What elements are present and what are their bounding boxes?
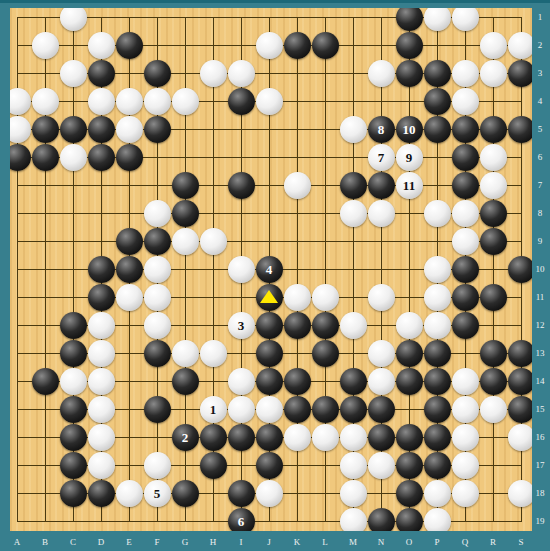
black-stone-G8: [172, 200, 199, 227]
white-stone-Q15: [452, 396, 479, 423]
row-label-2: 2: [533, 40, 547, 50]
white-stone-R2: [480, 32, 507, 59]
column-label-N: N: [371, 537, 391, 547]
white-stone-O12: [396, 312, 423, 339]
white-stone-I15: [228, 396, 255, 423]
white-stone-O6: 9: [396, 144, 423, 171]
black-stone-P13: [424, 340, 451, 367]
black-stone-E9: [116, 228, 143, 255]
column-label-J: J: [259, 537, 279, 547]
white-stone-Q9: [452, 228, 479, 255]
black-stone-I18: [228, 480, 255, 507]
white-stone-O7: 11: [396, 172, 423, 199]
black-stone-O17: [396, 452, 423, 479]
black-stone-R11: [480, 284, 507, 311]
white-stone-Q17: [452, 452, 479, 479]
white-stone-R6: [480, 144, 507, 171]
black-stone-G7: [172, 172, 199, 199]
move-number-label: 4: [266, 263, 273, 276]
white-stone-K16: [284, 424, 311, 451]
row-label-3: 3: [533, 68, 547, 78]
white-stone-L16: [312, 424, 339, 451]
white-stone-F8: [144, 200, 171, 227]
black-stone-S3: [508, 60, 535, 87]
column-label-A: A: [7, 537, 27, 547]
white-stone-P18: [424, 480, 451, 507]
move-number-label: 9: [406, 151, 413, 164]
black-stone-J14: [256, 368, 283, 395]
white-stone-I14: [228, 368, 255, 395]
white-stone-N14: [368, 368, 395, 395]
black-stone-K12: [284, 312, 311, 339]
black-stone-Q6: [452, 144, 479, 171]
black-stone-O16: [396, 424, 423, 451]
black-stone-D3: [88, 60, 115, 87]
black-stone-N16: [368, 424, 395, 451]
black-stone-M14: [340, 368, 367, 395]
black-stone-O13: [396, 340, 423, 367]
black-stone-O5: 10: [396, 116, 423, 143]
move-number-label: 10: [403, 123, 416, 136]
white-stone-P11: [424, 284, 451, 311]
triangle-marker-icon: [260, 290, 278, 303]
white-stone-K7: [284, 172, 311, 199]
black-stone-S13: [508, 340, 535, 367]
black-stone-I16: [228, 424, 255, 451]
black-stone-R5: [480, 116, 507, 143]
column-label-I: I: [231, 537, 251, 547]
black-stone-C18: [60, 480, 87, 507]
white-stone-D2: [88, 32, 115, 59]
white-stone-R7: [480, 172, 507, 199]
black-stone-C15: [60, 396, 87, 423]
black-stone-S5: [508, 116, 535, 143]
white-stone-C14: [60, 368, 87, 395]
column-label-S: S: [511, 537, 531, 547]
white-stone-J4: [256, 88, 283, 115]
black-stone-F15: [144, 396, 171, 423]
white-stone-S2: [508, 32, 535, 59]
black-stone-Q11: [452, 284, 479, 311]
black-stone-Q10: [452, 256, 479, 283]
black-stone-J11: [256, 284, 283, 311]
white-stone-S16: [508, 424, 535, 451]
white-stone-I3: [228, 60, 255, 87]
black-stone-N5: 8: [368, 116, 395, 143]
row-label-8: 8: [533, 208, 547, 218]
black-stone-G16: 2: [172, 424, 199, 451]
white-stone-P10: [424, 256, 451, 283]
black-stone-O2: [396, 32, 423, 59]
black-stone-J13: [256, 340, 283, 367]
white-stone-D14: [88, 368, 115, 395]
white-stone-P8: [424, 200, 451, 227]
black-stone-D5: [88, 116, 115, 143]
white-stone-D17: [88, 452, 115, 479]
black-stone-F5: [144, 116, 171, 143]
white-stone-Q16: [452, 424, 479, 451]
white-stone-J15: [256, 396, 283, 423]
move-number-label: 2: [182, 431, 189, 444]
row-label-6: 6: [533, 152, 547, 162]
black-stone-L15: [312, 396, 339, 423]
column-label-R: R: [483, 537, 503, 547]
black-stone-L2: [312, 32, 339, 59]
black-stone-M15: [340, 396, 367, 423]
white-stone-C6: [60, 144, 87, 171]
black-stone-D11: [88, 284, 115, 311]
white-stone-M18: [340, 480, 367, 507]
black-stone-F13: [144, 340, 171, 367]
black-stone-K2: [284, 32, 311, 59]
white-stone-D16: [88, 424, 115, 451]
black-stone-D18: [88, 480, 115, 507]
black-stone-D6: [88, 144, 115, 171]
white-stone-G9: [172, 228, 199, 255]
grid-line-vertical: [493, 17, 494, 522]
white-stone-N17: [368, 452, 395, 479]
white-stone-N6: 7: [368, 144, 395, 171]
white-stone-D4: [88, 88, 115, 115]
white-stone-Q8: [452, 200, 479, 227]
white-stone-D13: [88, 340, 115, 367]
row-label-9: 9: [533, 236, 547, 246]
black-stone-H17: [200, 452, 227, 479]
black-stone-N7: [368, 172, 395, 199]
black-stone-I4: [228, 88, 255, 115]
row-label-13: 13: [533, 348, 547, 358]
black-stone-K15: [284, 396, 311, 423]
white-stone-N11: [368, 284, 395, 311]
row-label-10: 10: [533, 264, 547, 274]
white-stone-C3: [60, 60, 87, 87]
black-stone-B5: [32, 116, 59, 143]
row-label-17: 17: [533, 460, 547, 470]
white-stone-Q18: [452, 480, 479, 507]
frame-left: [0, 0, 10, 551]
white-stone-F4: [144, 88, 171, 115]
black-stone-P5: [424, 116, 451, 143]
white-stone-D12: [88, 312, 115, 339]
row-label-15: 15: [533, 404, 547, 414]
black-stone-Q7: [452, 172, 479, 199]
black-stone-G18: [172, 480, 199, 507]
white-stone-Q4: [452, 88, 479, 115]
column-label-E: E: [119, 537, 139, 547]
black-stone-R14: [480, 368, 507, 395]
move-number-label: 6: [238, 515, 245, 528]
move-number-label: 3: [238, 319, 245, 332]
black-stone-P15: [424, 396, 451, 423]
black-stone-K14: [284, 368, 311, 395]
black-stone-I7: [228, 172, 255, 199]
white-stone-E4: [116, 88, 143, 115]
column-label-D: D: [91, 537, 111, 547]
white-stone-B4: [32, 88, 59, 115]
white-stone-M17: [340, 452, 367, 479]
white-stone-E11: [116, 284, 143, 311]
white-stone-J2: [256, 32, 283, 59]
row-label-7: 7: [533, 180, 547, 190]
black-stone-C17: [60, 452, 87, 479]
column-label-H: H: [203, 537, 223, 547]
black-stone-C13: [60, 340, 87, 367]
column-label-O: O: [399, 537, 419, 547]
white-stone-B2: [32, 32, 59, 59]
white-stone-H9: [200, 228, 227, 255]
move-number-label: 11: [403, 179, 415, 192]
black-stone-S15: [508, 396, 535, 423]
white-stone-H3: [200, 60, 227, 87]
white-stone-N3: [368, 60, 395, 87]
black-stone-F9: [144, 228, 171, 255]
black-stone-D10: [88, 256, 115, 283]
row-label-4: 4: [533, 96, 547, 106]
white-stone-E5: [116, 116, 143, 143]
black-stone-H16: [200, 424, 227, 451]
row-label-5: 5: [533, 124, 547, 134]
column-label-K: K: [287, 537, 307, 547]
white-stone-I12: 3: [228, 312, 255, 339]
column-label-L: L: [315, 537, 335, 547]
black-stone-R8: [480, 200, 507, 227]
column-label-B: B: [35, 537, 55, 547]
row-label-19: 19: [533, 516, 547, 526]
black-stone-C16: [60, 424, 87, 451]
black-stone-J10: 4: [256, 256, 283, 283]
black-stone-P4: [424, 88, 451, 115]
white-stone-R3: [480, 60, 507, 87]
white-stone-Q14: [452, 368, 479, 395]
white-stone-M8: [340, 200, 367, 227]
move-number-label: 8: [378, 123, 385, 136]
black-stone-O14: [396, 368, 423, 395]
black-stone-R13: [480, 340, 507, 367]
column-label-Q: Q: [455, 537, 475, 547]
black-stone-M7: [340, 172, 367, 199]
white-stone-F18: 5: [144, 480, 171, 507]
black-stone-O3: [396, 60, 423, 87]
black-stone-P16: [424, 424, 451, 451]
white-stone-M12: [340, 312, 367, 339]
white-stone-F17: [144, 452, 171, 479]
white-stone-L11: [312, 284, 339, 311]
black-stone-B6: [32, 144, 59, 171]
white-stone-M5: [340, 116, 367, 143]
black-stone-B14: [32, 368, 59, 395]
black-stone-E6: [116, 144, 143, 171]
column-label-M: M: [343, 537, 363, 547]
black-stone-J16: [256, 424, 283, 451]
black-stone-Q5: [452, 116, 479, 143]
column-label-F: F: [147, 537, 167, 547]
row-label-14: 14: [533, 376, 547, 386]
column-label-G: G: [175, 537, 195, 547]
row-label-11: 11: [533, 292, 547, 302]
black-stone-P17: [424, 452, 451, 479]
row-label-1: 1: [533, 12, 547, 22]
black-stone-G14: [172, 368, 199, 395]
black-stone-E2: [116, 32, 143, 59]
black-stone-O18: [396, 480, 423, 507]
black-stone-R9: [480, 228, 507, 255]
white-stone-G13: [172, 340, 199, 367]
column-label-P: P: [427, 537, 447, 547]
white-stone-M16: [340, 424, 367, 451]
white-stone-N13: [368, 340, 395, 367]
frame-top-accent-line: [0, 0, 550, 3]
move-number-label: 5: [154, 487, 161, 500]
black-stone-J17: [256, 452, 283, 479]
black-stone-N15: [368, 396, 395, 423]
white-stone-J18: [256, 480, 283, 507]
white-stone-R15: [480, 396, 507, 423]
white-stone-F11: [144, 284, 171, 311]
black-stone-P14: [424, 368, 451, 395]
white-stone-S18: [508, 480, 535, 507]
white-stone-K11: [284, 284, 311, 311]
white-stone-Q3: [452, 60, 479, 87]
row-label-12: 12: [533, 320, 547, 330]
black-stone-C12: [60, 312, 87, 339]
white-stone-I10: [228, 256, 255, 283]
black-stone-P3: [424, 60, 451, 87]
black-stone-C5: [60, 116, 87, 143]
black-stone-E10: [116, 256, 143, 283]
white-stone-H13: [200, 340, 227, 367]
white-stone-N8: [368, 200, 395, 227]
column-label-C: C: [63, 537, 83, 547]
white-stone-E18: [116, 480, 143, 507]
row-label-16: 16: [533, 432, 547, 442]
black-stone-F3: [144, 60, 171, 87]
row-label-18: 18: [533, 488, 547, 498]
black-stone-L12: [312, 312, 339, 339]
move-number-label: 7: [378, 151, 385, 164]
go-board-grid[interactable]: 8107911431256: [10, 8, 532, 531]
black-stone-Q12: [452, 312, 479, 339]
white-stone-P12: [424, 312, 451, 339]
go-board-viewer: 8107911431256 ABCDEFGHIJKLMNOPQRS1234567…: [0, 0, 550, 551]
white-stone-F12: [144, 312, 171, 339]
black-stone-S10: [508, 256, 535, 283]
white-stone-G4: [172, 88, 199, 115]
black-stone-L13: [312, 340, 339, 367]
black-stone-S14: [508, 368, 535, 395]
white-stone-F10: [144, 256, 171, 283]
black-stone-J12: [256, 312, 283, 339]
white-stone-D15: [88, 396, 115, 423]
white-stone-H15: 1: [200, 396, 227, 423]
move-number-label: 1: [210, 403, 217, 416]
